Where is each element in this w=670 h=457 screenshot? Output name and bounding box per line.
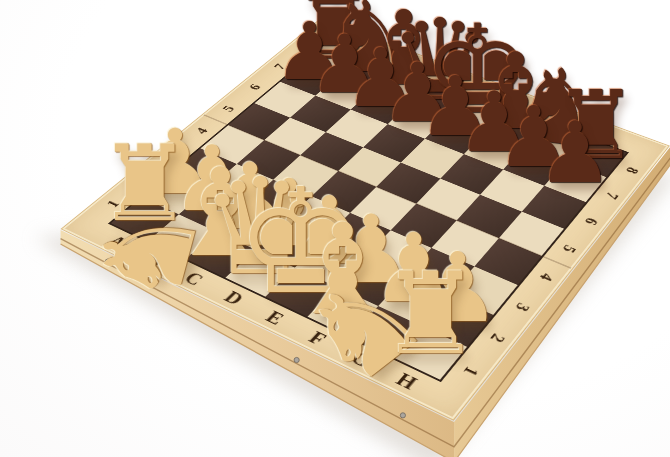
chess-set-photo: ABCDEFGH8877665544332211 ♜♞♟♝♟♛♟♚♟♝♟♞♟♜♟… — [0, 0, 670, 457]
rank-label: 5 — [212, 98, 247, 120]
piece-white-rook[interactable]: ♜ — [380, 258, 481, 371]
rank-label: 5 — [551, 235, 587, 263]
screw-icon — [400, 413, 405, 418]
rank-label: 3 — [503, 292, 541, 322]
screw-icon — [294, 357, 299, 362]
piece-black-pawn[interactable]: ♟ — [537, 111, 613, 196]
rank-label: 6 — [238, 77, 272, 98]
rank-label: 4 — [527, 263, 564, 292]
board-square[interactable] — [498, 211, 564, 256]
rank-label: 6 — [573, 208, 608, 234]
